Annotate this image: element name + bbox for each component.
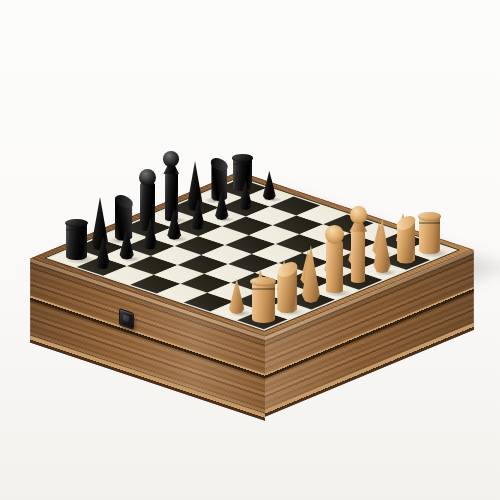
product-photo-scene (0, 0, 500, 500)
latch-plate (123, 314, 129, 322)
